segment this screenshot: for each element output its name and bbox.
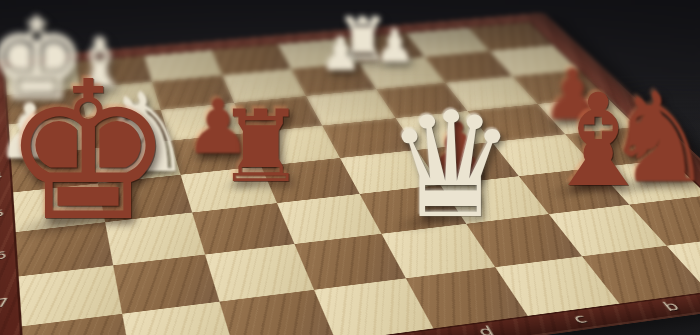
pieces-layer: ♜♟♟♝♚♟♟♟♞♟♜♞♝♛♚ (0, 0, 700, 335)
white-pawn-f2[interactable]: ♟ (375, 24, 415, 69)
chess-3d-scene: hgfedcba 12345678 ♜♟♟♝♚♟♟♟♞♟♜♞♝♛♚ (0, 0, 700, 335)
black-bishop-c8[interactable]: ♝ (541, 77, 656, 205)
black-king-h7[interactable]: ♚ (2, 56, 174, 248)
white-pawn-h3[interactable]: ♟ (321, 32, 361, 77)
white-queen-e8[interactable]: ♛ (386, 92, 517, 238)
black-rook-f6[interactable]: ♜ (217, 97, 306, 196)
